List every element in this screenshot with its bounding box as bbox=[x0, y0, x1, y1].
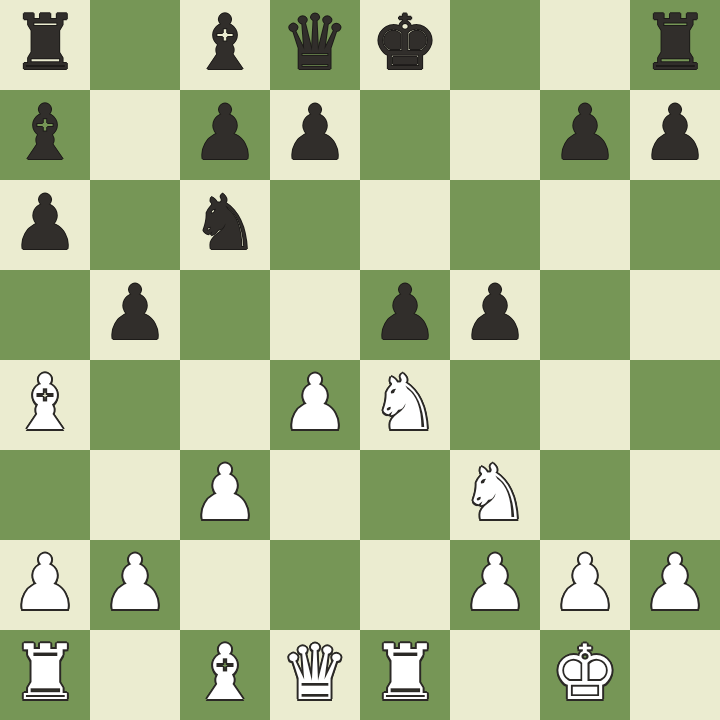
black-pawn[interactable]: ♟ bbox=[641, 88, 709, 178]
square-g5[interactable] bbox=[540, 270, 630, 360]
white-pawn[interactable]: ♟ bbox=[461, 538, 529, 628]
square-g8[interactable] bbox=[540, 0, 630, 90]
white-pawn[interactable]: ♟ bbox=[101, 538, 169, 628]
square-d8[interactable]: ♛ bbox=[270, 0, 360, 90]
square-h5[interactable] bbox=[630, 270, 720, 360]
square-h7[interactable]: ♟ bbox=[630, 90, 720, 180]
black-pawn[interactable]: ♟ bbox=[551, 88, 619, 178]
square-g4[interactable] bbox=[540, 360, 630, 450]
square-f3[interactable]: ♞ bbox=[450, 450, 540, 540]
black-rook[interactable]: ♜ bbox=[11, 0, 79, 88]
square-a1[interactable]: ♜ bbox=[0, 630, 90, 720]
square-g2[interactable]: ♟ bbox=[540, 540, 630, 630]
white-knight[interactable]: ♞ bbox=[461, 448, 529, 538]
white-pawn[interactable]: ♟ bbox=[641, 538, 709, 628]
square-c8[interactable]: ♝ bbox=[180, 0, 270, 90]
square-h1[interactable] bbox=[630, 630, 720, 720]
square-f5[interactable]: ♟ bbox=[450, 270, 540, 360]
square-b4[interactable] bbox=[90, 360, 180, 450]
square-b5[interactable]: ♟ bbox=[90, 270, 180, 360]
black-rook[interactable]: ♜ bbox=[641, 0, 709, 88]
white-queen[interactable]: ♛ bbox=[281, 628, 349, 718]
square-c2[interactable] bbox=[180, 540, 270, 630]
square-h3[interactable] bbox=[630, 450, 720, 540]
square-f2[interactable]: ♟ bbox=[450, 540, 540, 630]
square-b6[interactable] bbox=[90, 180, 180, 270]
square-a8[interactable]: ♜ bbox=[0, 0, 90, 90]
square-a5[interactable] bbox=[0, 270, 90, 360]
square-c4[interactable] bbox=[180, 360, 270, 450]
black-bishop[interactable]: ♝ bbox=[191, 0, 259, 88]
square-a3[interactable] bbox=[0, 450, 90, 540]
square-a2[interactable]: ♟ bbox=[0, 540, 90, 630]
black-pawn[interactable]: ♟ bbox=[461, 268, 529, 358]
white-bishop[interactable]: ♝ bbox=[191, 628, 259, 718]
square-b8[interactable] bbox=[90, 0, 180, 90]
square-d3[interactable] bbox=[270, 450, 360, 540]
white-knight[interactable]: ♞ bbox=[371, 358, 439, 448]
square-f4[interactable] bbox=[450, 360, 540, 450]
square-c1[interactable]: ♝ bbox=[180, 630, 270, 720]
white-rook[interactable]: ♜ bbox=[371, 628, 439, 718]
black-pawn[interactable]: ♟ bbox=[11, 178, 79, 268]
black-pawn[interactable]: ♟ bbox=[101, 268, 169, 358]
square-e6[interactable] bbox=[360, 180, 450, 270]
square-e7[interactable] bbox=[360, 90, 450, 180]
square-f7[interactable] bbox=[450, 90, 540, 180]
square-f8[interactable] bbox=[450, 0, 540, 90]
square-h6[interactable] bbox=[630, 180, 720, 270]
square-d5[interactable] bbox=[270, 270, 360, 360]
square-d7[interactable]: ♟ bbox=[270, 90, 360, 180]
black-queen[interactable]: ♛ bbox=[281, 0, 349, 88]
square-h8[interactable]: ♜ bbox=[630, 0, 720, 90]
square-c3[interactable]: ♟ bbox=[180, 450, 270, 540]
square-f6[interactable] bbox=[450, 180, 540, 270]
white-pawn[interactable]: ♟ bbox=[191, 448, 259, 538]
black-king[interactable]: ♚ bbox=[371, 0, 439, 88]
square-h2[interactable]: ♟ bbox=[630, 540, 720, 630]
square-g7[interactable]: ♟ bbox=[540, 90, 630, 180]
square-g3[interactable] bbox=[540, 450, 630, 540]
white-king[interactable]: ♚ bbox=[551, 628, 619, 718]
white-pawn[interactable]: ♟ bbox=[281, 358, 349, 448]
square-d4[interactable]: ♟ bbox=[270, 360, 360, 450]
black-bishop[interactable]: ♝ bbox=[11, 88, 79, 178]
white-pawn[interactable]: ♟ bbox=[11, 538, 79, 628]
square-a4[interactable]: ♝ bbox=[0, 360, 90, 450]
square-e5[interactable]: ♟ bbox=[360, 270, 450, 360]
square-b7[interactable] bbox=[90, 90, 180, 180]
square-a7[interactable]: ♝ bbox=[0, 90, 90, 180]
square-d2[interactable] bbox=[270, 540, 360, 630]
white-bishop[interactable]: ♝ bbox=[11, 358, 79, 448]
square-e2[interactable] bbox=[360, 540, 450, 630]
square-a6[interactable]: ♟ bbox=[0, 180, 90, 270]
square-b3[interactable] bbox=[90, 450, 180, 540]
square-g6[interactable] bbox=[540, 180, 630, 270]
square-c7[interactable]: ♟ bbox=[180, 90, 270, 180]
white-pawn[interactable]: ♟ bbox=[551, 538, 619, 628]
square-c6[interactable]: ♞ bbox=[180, 180, 270, 270]
square-e8[interactable]: ♚ bbox=[360, 0, 450, 90]
white-rook[interactable]: ♜ bbox=[11, 628, 79, 718]
black-pawn[interactable]: ♟ bbox=[371, 268, 439, 358]
black-pawn[interactable]: ♟ bbox=[191, 88, 259, 178]
square-h4[interactable] bbox=[630, 360, 720, 450]
square-f1[interactable] bbox=[450, 630, 540, 720]
square-e4[interactable]: ♞ bbox=[360, 360, 450, 450]
square-e1[interactable]: ♜ bbox=[360, 630, 450, 720]
black-pawn[interactable]: ♟ bbox=[281, 88, 349, 178]
square-d1[interactable]: ♛ bbox=[270, 630, 360, 720]
square-c5[interactable] bbox=[180, 270, 270, 360]
square-b2[interactable]: ♟ bbox=[90, 540, 180, 630]
square-g1[interactable]: ♚ bbox=[540, 630, 630, 720]
chess-board: ♜♝♛♚♜♝♟♟♟♟♟♞♟♟♟♝♟♞♟♞♟♟♟♟♟♜♝♛♜♚ bbox=[0, 0, 720, 720]
square-e3[interactable] bbox=[360, 450, 450, 540]
square-b1[interactable] bbox=[90, 630, 180, 720]
black-knight[interactable]: ♞ bbox=[191, 178, 259, 268]
square-d6[interactable] bbox=[270, 180, 360, 270]
